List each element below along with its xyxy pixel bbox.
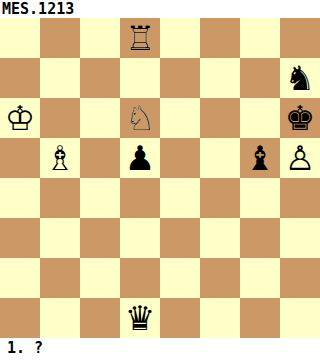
- square-d2[interactable]: [120, 258, 160, 298]
- square-b6[interactable]: [40, 98, 80, 138]
- square-g1[interactable]: [240, 298, 280, 338]
- square-a3[interactable]: [0, 218, 40, 258]
- square-b3[interactable]: [40, 218, 80, 258]
- square-c4[interactable]: [80, 178, 120, 218]
- square-c5[interactable]: [80, 138, 120, 178]
- square-b2[interactable]: [40, 258, 80, 298]
- square-c2[interactable]: [80, 258, 120, 298]
- piece-black-bishop: ♝: [240, 138, 280, 178]
- square-e5[interactable]: [160, 138, 200, 178]
- square-c1[interactable]: [80, 298, 120, 338]
- square-h7[interactable]: ♞: [280, 58, 320, 98]
- square-g2[interactable]: [240, 258, 280, 298]
- square-f1[interactable]: [200, 298, 240, 338]
- square-f4[interactable]: [200, 178, 240, 218]
- square-d4[interactable]: [120, 178, 160, 218]
- square-c3[interactable]: [80, 218, 120, 258]
- square-d5[interactable]: ♟: [120, 138, 160, 178]
- square-h2[interactable]: [280, 258, 320, 298]
- square-c8[interactable]: [80, 18, 120, 58]
- square-d3[interactable]: [120, 218, 160, 258]
- square-f6[interactable]: [200, 98, 240, 138]
- chess-board: ♖♞♔♘♚♗♟♝♙♛: [0, 18, 320, 338]
- piece-black-king: ♚: [280, 98, 320, 138]
- square-h6[interactable]: ♚: [280, 98, 320, 138]
- square-f7[interactable]: [200, 58, 240, 98]
- square-b1[interactable]: [40, 298, 80, 338]
- square-d7[interactable]: [120, 58, 160, 98]
- square-f2[interactable]: [200, 258, 240, 298]
- square-b5[interactable]: ♗: [40, 138, 80, 178]
- piece-white-king: ♔: [0, 98, 40, 138]
- square-a5[interactable]: [0, 138, 40, 178]
- square-g4[interactable]: [240, 178, 280, 218]
- square-h8[interactable]: [280, 18, 320, 58]
- square-d1[interactable]: ♛: [120, 298, 160, 338]
- square-e2[interactable]: [160, 258, 200, 298]
- square-f3[interactable]: [200, 218, 240, 258]
- square-h5[interactable]: ♙: [280, 138, 320, 178]
- square-h3[interactable]: [280, 218, 320, 258]
- piece-black-queen: ♛: [120, 298, 160, 338]
- square-c6[interactable]: [80, 98, 120, 138]
- square-a4[interactable]: [0, 178, 40, 218]
- square-e3[interactable]: [160, 218, 200, 258]
- piece-black-pawn: ♟: [120, 138, 160, 178]
- square-a7[interactable]: [0, 58, 40, 98]
- square-h4[interactable]: [280, 178, 320, 218]
- piece-white-pawn: ♙: [280, 138, 320, 178]
- square-e8[interactable]: [160, 18, 200, 58]
- move-prompt-label: 1. ?: [7, 338, 43, 360]
- square-c7[interactable]: [80, 58, 120, 98]
- square-d6[interactable]: ♘: [120, 98, 160, 138]
- square-b7[interactable]: [40, 58, 80, 98]
- piece-white-bishop: ♗: [40, 138, 80, 178]
- square-a1[interactable]: [0, 298, 40, 338]
- square-g7[interactable]: [240, 58, 280, 98]
- piece-white-knight: ♘: [120, 98, 160, 138]
- square-g5[interactable]: ♝: [240, 138, 280, 178]
- square-h1[interactable]: [280, 298, 320, 338]
- square-b4[interactable]: [40, 178, 80, 218]
- square-g8[interactable]: [240, 18, 280, 58]
- puzzle-id-label: MES.1213: [2, 0, 74, 18]
- square-e7[interactable]: [160, 58, 200, 98]
- square-f8[interactable]: [200, 18, 240, 58]
- square-e6[interactable]: [160, 98, 200, 138]
- square-e1[interactable]: [160, 298, 200, 338]
- square-a8[interactable]: [0, 18, 40, 58]
- square-d8[interactable]: ♖: [120, 18, 160, 58]
- piece-black-knight: ♞: [280, 58, 320, 98]
- chess-diagram-page: MES.1213 ♖♞♔♘♚♗♟♝♙♛ 1. ?: [0, 0, 320, 360]
- square-e4[interactable]: [160, 178, 200, 218]
- piece-white-rook: ♖: [120, 18, 160, 58]
- square-a2[interactable]: [0, 258, 40, 298]
- square-g3[interactable]: [240, 218, 280, 258]
- square-g6[interactable]: [240, 98, 280, 138]
- square-b8[interactable]: [40, 18, 80, 58]
- square-f5[interactable]: [200, 138, 240, 178]
- square-a6[interactable]: ♔: [0, 98, 40, 138]
